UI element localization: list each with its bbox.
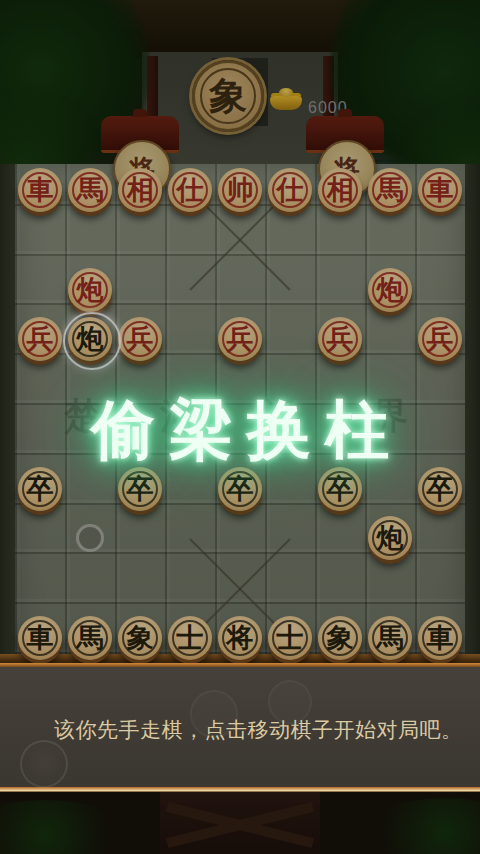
piece-glyph: 卒 <box>127 476 154 503</box>
piece-red-general[interactable]: 帅 <box>218 168 262 212</box>
piece-glyph: 卒 <box>27 476 54 503</box>
piece-glyph: 馬 <box>377 625 404 652</box>
piece-glyph: 卒 <box>327 476 354 503</box>
piece-glyph: 車 <box>427 177 454 204</box>
piece-glyph: 将 <box>227 625 254 652</box>
piece-red-soldier[interactable]: 兵 <box>118 317 162 361</box>
gold-ingot-icon <box>270 96 302 110</box>
piece-red-elephant[interactable]: 相 <box>318 168 362 212</box>
piece-black-elephant[interactable]: 象 <box>318 616 362 660</box>
piece-glyph: 相 <box>327 177 354 204</box>
piece-red-elephant[interactable]: 相 <box>118 168 162 212</box>
piece-glyph: 卒 <box>427 476 454 503</box>
piece-glyph: 兵 <box>27 326 54 353</box>
piece-glyph: 仕 <box>277 177 304 204</box>
piece-red-cannon[interactable]: 炮 <box>68 268 112 312</box>
piece-black-general[interactable]: 将 <box>218 616 262 660</box>
elephant-logo-icon: 象 <box>200 68 256 124</box>
piece-glyph: 仕 <box>177 177 204 204</box>
piece-glyph: 兵 <box>327 326 354 353</box>
piece-black-advisor[interactable]: 士 <box>268 616 312 660</box>
strategy-title: 偷梁换柱 <box>0 384 480 476</box>
piece-glyph: 象 <box>327 625 354 652</box>
app-logo-medallion: 象 <box>192 60 264 132</box>
avatar-ghost <box>20 740 68 788</box>
piece-black-advisor[interactable]: 士 <box>168 616 212 660</box>
piece-glyph: 炮 <box>77 277 104 304</box>
piece-glyph: 炮 <box>377 525 404 552</box>
panel-bottom-border <box>0 787 480 792</box>
piece-black-elephant[interactable]: 象 <box>118 616 162 660</box>
piece-glyph: 車 <box>427 625 454 652</box>
piece-black-horse[interactable]: 馬 <box>68 616 112 660</box>
selection-ring <box>63 312 121 370</box>
piece-red-advisor[interactable]: 仕 <box>268 168 312 212</box>
piece-black-chariot[interactable]: 車 <box>18 616 62 660</box>
piece-red-soldier[interactable]: 兵 <box>418 317 462 361</box>
piece-red-horse[interactable]: 馬 <box>368 168 412 212</box>
piece-red-chariot[interactable]: 車 <box>418 168 462 212</box>
piece-glyph: 馬 <box>77 177 104 204</box>
piece-glyph: 帅 <box>227 177 254 204</box>
piece-red-advisor[interactable]: 仕 <box>168 168 212 212</box>
piece-red-soldier[interactable]: 兵 <box>218 317 262 361</box>
piece-red-soldier[interactable]: 兵 <box>18 317 62 361</box>
piece-glyph: 兵 <box>427 326 454 353</box>
piece-glyph: 相 <box>127 177 154 204</box>
move-origin-dot <box>76 524 104 552</box>
piece-glyph: 兵 <box>227 326 254 353</box>
piece-glyph: 卒 <box>227 476 254 503</box>
piece-glyph: 象 <box>127 625 154 652</box>
piece-glyph: 士 <box>177 625 204 652</box>
piece-glyph: 士 <box>277 625 304 652</box>
piece-glyph: 炮 <box>377 277 404 304</box>
piece-red-cannon[interactable]: 炮 <box>368 268 412 312</box>
piece-glyph: 兵 <box>127 326 154 353</box>
piece-glyph: 馬 <box>377 177 404 204</box>
piece-red-chariot[interactable]: 車 <box>18 168 62 212</box>
piece-red-horse[interactable]: 馬 <box>68 168 112 212</box>
piece-glyph: 車 <box>27 625 54 652</box>
game-screen: 象 6000 将 将 楚 河 汉 界 車馬相仕帅仕相馬車炮炮兵炮兵兵兵兵卒卒卒卒… <box>0 0 480 854</box>
piece-glyph: 車 <box>27 177 54 204</box>
message-text: 该你先手走棋，点击移动棋子开始对局吧。 <box>54 716 463 744</box>
piece-glyph: 馬 <box>77 625 104 652</box>
piece-black-cannon[interactable]: 炮 <box>368 516 412 560</box>
piece-black-chariot[interactable]: 車 <box>418 616 462 660</box>
piece-red-soldier[interactable]: 兵 <box>318 317 362 361</box>
piece-black-horse[interactable]: 馬 <box>368 616 412 660</box>
